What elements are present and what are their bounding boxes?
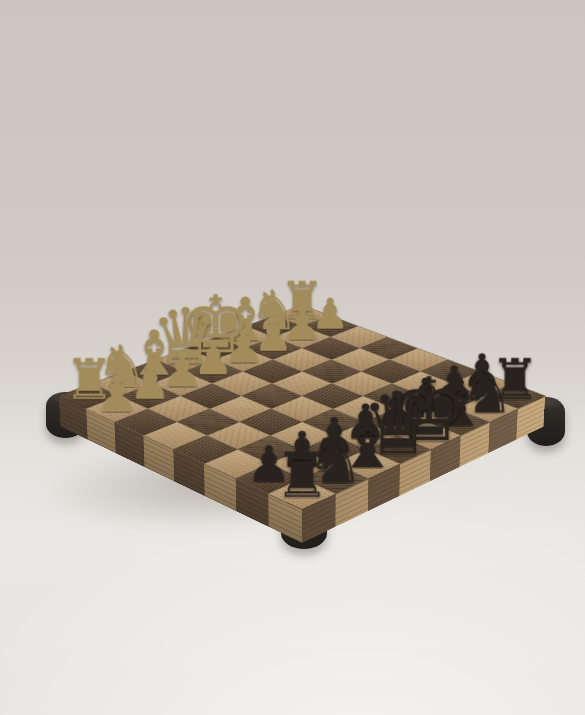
chess-scene: ♜♟♟♜♞♟♟♞♝♟♟♝♚♟♟♚♛♟♟♛♝♟♟♝♞♟♟♞♜♟♟♜ (0, 0, 585, 715)
board-grid: ♜♟♟♜♞♟♟♞♝♟♟♝♚♟♟♚♛♟♟♛♝♟♟♝♞♟♟♞♜♟♟♜ (59, 305, 545, 509)
piece-glyph: ♟ (96, 371, 138, 418)
photo-backdrop: ♜♟♟♜♞♟♟♞♝♟♟♝♚♟♟♚♛♟♟♛♝♟♟♝♞♟♟♞♜♟♟♜ (0, 0, 585, 715)
piece-glyph: ♜ (274, 444, 330, 506)
chess-board: ♜♟♟♜♞♟♟♞♝♟♟♝♚♟♟♚♛♟♟♛♝♟♟♝♞♟♟♞♜♟♟♜ (59, 305, 545, 509)
